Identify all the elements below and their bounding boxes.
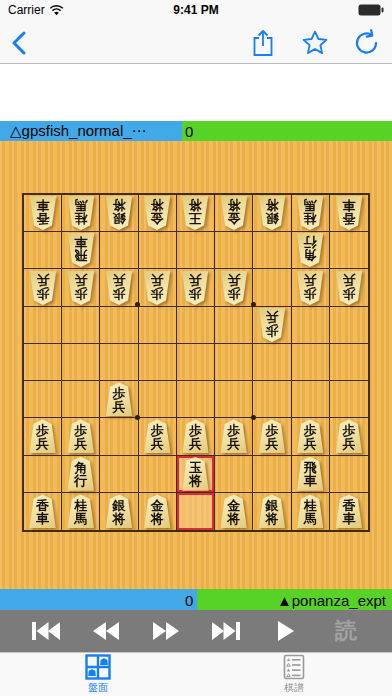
board-cell[interactable]: 桂馬 [292,493,330,530]
navigation-bar [0,20,392,64]
play-button[interactable] [266,616,306,646]
playback-controls: 読 [0,610,392,652]
board-cell[interactable] [100,307,138,344]
gote-player-name: △gpsfish_normal_⋯ [10,122,147,140]
board-cell[interactable] [215,456,253,493]
shogi-piece[interactable]: 銀将 [254,493,290,529]
shogi-piece[interactable]: 桂馬 [63,493,99,529]
shogi-piece[interactable]: 歩兵 [292,418,328,454]
board-cell[interactable]: 飛車 [62,232,100,269]
board-cell[interactable] [253,381,291,418]
status-bar: Carrier 9:41 PM [0,0,392,20]
shogi-piece[interactable]: 歩兵 [254,418,290,454]
sente-bar-blue-segment [0,589,197,610]
board-cell[interactable] [139,381,177,418]
board-cell[interactable]: 銀将 [253,493,291,530]
tab-kifu[interactable]: 棋譜 [196,653,392,696]
board-cell[interactable] [177,344,215,381]
tab-board-label: 盤面 [88,681,108,695]
board-cell[interactable] [24,232,62,269]
shogi-piece[interactable]: 歩兵 [25,270,61,306]
board-cell[interactable]: 歩兵 [177,269,215,306]
kifu-list-icon [282,654,306,680]
board-cell[interactable]: 金将 [139,195,177,232]
shogi-piece[interactable]: 金将 [139,195,175,231]
shogi-piece[interactable]: 歩兵 [216,418,252,454]
star-point [251,302,256,307]
board-cell[interactable]: 歩兵 [330,269,368,306]
shogi-piece[interactable]: 歩兵 [101,270,137,306]
gote-score-value: 0 [185,123,193,140]
board-cell[interactable]: 桂馬 [62,195,100,232]
board-cell[interactable]: 歩兵 [292,418,330,455]
shogi-piece[interactable]: 歩兵 [177,418,213,454]
board-cell[interactable]: 香車 [330,493,368,530]
shogi-piece[interactable]: 歩兵 [139,270,175,306]
board-cell[interactable]: 歩兵 [139,269,177,306]
play-icon [277,620,295,642]
shogi-piece[interactable]: 角行 [292,232,328,268]
board-cell[interactable] [62,381,100,418]
shogi-piece[interactable]: 銀将 [254,195,290,231]
clock-label: 9:41 PM [0,3,392,17]
board-cell[interactable]: 角行 [62,456,100,493]
star-icon [301,29,329,57]
board-cell[interactable] [177,493,215,530]
board-cell[interactable] [253,232,291,269]
shogi-piece[interactable]: 銀将 [101,195,137,231]
shogi-piece[interactable]: 歩兵 [254,307,290,343]
shogi-piece[interactable]: 香車 [25,195,61,231]
skip-end-button[interactable] [206,616,246,646]
star-point [135,302,140,307]
board-cell[interactable]: 王将 [177,195,215,232]
board-cell[interactable]: 歩兵 [100,269,138,306]
tab-board[interactable]: 盤面 [0,653,196,696]
bookmark-star-button[interactable] [300,28,330,58]
read-aloud-button[interactable]: 読 [326,616,366,646]
sente-player-name: ▲ponanza_expt [277,591,386,608]
gote-bar-green-segment [182,121,392,141]
board-cell[interactable]: 歩兵 [24,418,62,455]
board-cell[interactable]: 桂馬 [292,195,330,232]
sente-score-value: 0 [185,591,193,608]
board-cell[interactable] [330,456,368,493]
board-cell[interactable] [177,307,215,344]
board-cell[interactable] [100,456,138,493]
board-cell[interactable]: 銀将 [100,195,138,232]
board-cell[interactable]: 桂馬 [62,493,100,530]
board-cell[interactable] [24,381,62,418]
battery-icon [358,4,384,16]
shogi-piece[interactable]: 香車 [25,493,61,529]
board-cell[interactable]: 角行 [292,232,330,269]
shogi-piece[interactable]: 歩兵 [216,270,252,306]
shogi-piece[interactable]: 歩兵 [331,270,367,306]
shogi-piece[interactable]: 香車 [331,493,367,529]
shogi-piece[interactable]: 玉将 [177,456,213,492]
board-cell[interactable]: 金将 [215,195,253,232]
board-cell[interactable] [330,344,368,381]
shogi-piece[interactable]: 飛車 [63,232,99,268]
shogi-piece[interactable]: 角行 [63,456,99,492]
board-cell[interactable] [215,307,253,344]
shogi-piece[interactable]: 歩兵 [25,418,61,454]
board-cell[interactable]: 金将 [139,493,177,530]
app-screen: Carrier 9:41 PM [0,0,392,696]
back-chevron-icon [8,30,32,56]
board-cell[interactable] [330,307,368,344]
board-cell[interactable] [139,456,177,493]
board-cell[interactable] [139,232,177,269]
refresh-button[interactable] [352,28,382,58]
board-cell[interactable]: 歩兵 [139,418,177,455]
board-cell[interactable]: 玉将 [177,456,215,493]
shogi-piece[interactable]: 桂馬 [292,195,328,231]
board-cell[interactable]: 銀将 [253,195,291,232]
shogi-piece[interactable]: 歩兵 [63,418,99,454]
board-cell[interactable]: 歩兵 [215,418,253,455]
shogi-piece[interactable]: 歩兵 [292,270,328,306]
board-cell[interactable] [139,344,177,381]
gote-score-bar: △gpsfish_normal_⋯ 0 [0,121,392,141]
board-cell[interactable] [253,456,291,493]
shogi-piece[interactable]: 歩兵 [63,270,99,306]
star-point [251,415,256,420]
board-cell[interactable] [177,381,215,418]
board-cell[interactable] [24,344,62,381]
sente-score-bar: 0 ▲ponanza_expt [0,589,392,610]
star-point [135,415,140,420]
board-cell[interactable]: 銀将 [100,493,138,530]
board-cell[interactable] [253,344,291,381]
board-cell[interactable] [100,344,138,381]
board-cell[interactable] [292,344,330,381]
board-cell[interactable]: 歩兵 [62,269,100,306]
board-cell[interactable] [330,232,368,269]
board-tab-icon [85,654,111,680]
board-cell[interactable] [253,269,291,306]
share-button[interactable] [248,28,278,58]
board-cell[interactable]: 歩兵 [292,269,330,306]
board-cell[interactable] [62,344,100,381]
board-cell[interactable] [215,381,253,418]
shogi-piece[interactable]: 金将 [216,195,252,231]
skip-start-icon [31,621,61,641]
shogi-piece[interactable]: 桂馬 [63,195,99,231]
tab-bar: 盤面 棋譜 [0,652,392,696]
board-cell[interactable] [139,307,177,344]
shogi-piece[interactable]: 銀将 [101,493,137,529]
fast-forward-icon [152,621,180,641]
board-cell[interactable]: 香車 [24,493,62,530]
board-cell[interactable]: 歩兵 [253,418,291,455]
board-cell[interactable] [215,344,253,381]
board-cell[interactable]: 歩兵 [24,269,62,306]
fast-forward-button[interactable] [146,616,186,646]
board-cell[interactable]: 歩兵 [215,269,253,306]
board-cell[interactable]: 歩兵 [330,418,368,455]
board-cell[interactable] [24,456,62,493]
board-cell[interactable]: 香車 [330,195,368,232]
shogi-board-area: 香車桂馬銀将金将王将金将銀将桂馬香車飛車角行歩兵歩兵歩兵歩兵歩兵歩兵歩兵歩兵歩兵… [0,141,392,589]
shogi-piece[interactable]: 桂馬 [292,493,328,529]
board-cell[interactable] [292,307,330,344]
shogi-piece[interactable]: 歩兵 [101,381,137,417]
board-cell[interactable] [177,232,215,269]
board-grid: 香車桂馬銀将金将王将金将銀将桂馬香車飛車角行歩兵歩兵歩兵歩兵歩兵歩兵歩兵歩兵歩兵… [22,193,370,532]
board-cell[interactable]: 飛車 [292,456,330,493]
back-button[interactable] [8,30,32,56]
shogi-piece[interactable]: 歩兵 [331,418,367,454]
board-cell[interactable] [100,418,138,455]
rewind-icon [92,621,120,641]
skip-end-icon [211,621,241,641]
board-cell[interactable]: 歩兵 [253,307,291,344]
shogi-piece[interactable]: 金将 [216,493,252,529]
board-cell[interactable] [62,307,100,344]
shogi-piece[interactable]: 歩兵 [139,418,175,454]
shogi-piece[interactable]: 金将 [139,493,175,529]
board-cell[interactable] [215,232,253,269]
shogi-piece[interactable]: 歩兵 [177,270,213,306]
board-cell[interactable] [24,307,62,344]
rewind-button[interactable] [86,616,126,646]
refresh-icon [353,29,381,57]
board-cell[interactable]: 歩兵 [177,418,215,455]
board-cell[interactable] [292,381,330,418]
board-cell[interactable]: 金将 [215,493,253,530]
tab-kifu-label: 棋譜 [284,681,304,695]
board-cell[interactable] [330,381,368,418]
share-icon [251,29,275,57]
skip-start-button[interactable] [26,616,66,646]
board-cell[interactable]: 歩兵 [62,418,100,455]
board-cell[interactable]: 香車 [24,195,62,232]
shogi-piece[interactable]: 飛車 [292,456,328,492]
shogi-piece[interactable]: 香車 [331,195,367,231]
board-cell[interactable] [100,232,138,269]
board-cell[interactable]: 歩兵 [100,381,138,418]
shogi-piece[interactable]: 王将 [177,195,213,231]
